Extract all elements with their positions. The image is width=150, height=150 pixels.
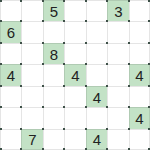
cell-r0c1[interactable] [21, 0, 44, 22]
cell-r1c6[interactable] [129, 21, 150, 44]
cell-r5c0[interactable] [0, 107, 22, 130]
cell-r5c2[interactable] [43, 107, 65, 130]
cell-r4c5[interactable] [107, 86, 130, 108]
cell-r2c5[interactable] [107, 43, 130, 65]
cell-r0c3[interactable] [64, 0, 87, 22]
cell-r2c6[interactable] [129, 43, 150, 65]
cell-r2c4[interactable] [86, 43, 108, 65]
cell-r1c1[interactable] [21, 21, 44, 44]
cell-r5c1[interactable] [21, 107, 44, 130]
cell-r3c4[interactable] [86, 64, 108, 87]
cell-r6c2[interactable] [43, 129, 65, 150]
cell-r0c0[interactable] [0, 0, 22, 22]
cell-r4c4[interactable]: 4 [86, 86, 108, 108]
cell-r3c2[interactable] [43, 64, 65, 87]
cell-r4c3[interactable] [64, 86, 87, 108]
cell-r0c4[interactable] [86, 0, 108, 22]
cell-r2c2[interactable]: 8 [43, 43, 65, 65]
cell-r6c4[interactable]: 4 [86, 129, 108, 150]
cell-r1c2[interactable] [43, 21, 65, 44]
cell-r1c4[interactable] [86, 21, 108, 44]
cell-r3c6[interactable]: 4 [129, 64, 150, 87]
cell-r3c3[interactable]: 4 [64, 64, 87, 87]
cell-r4c2[interactable] [43, 86, 65, 108]
cell-r5c4[interactable] [86, 107, 108, 130]
cell-r3c1[interactable] [21, 64, 44, 87]
cell-r4c1[interactable] [21, 86, 44, 108]
cell-r4c6[interactable] [129, 86, 150, 108]
mosaic-board: 53684444474 [0, 0, 150, 150]
cell-r3c0[interactable]: 4 [0, 64, 22, 87]
cell-r5c5[interactable] [107, 107, 130, 130]
cell-r6c5[interactable] [107, 129, 130, 150]
cell-r0c5[interactable]: 3 [107, 0, 130, 22]
cell-r6c0[interactable] [0, 129, 22, 150]
cell-r2c0[interactable] [0, 43, 22, 65]
cell-r4c0[interactable] [0, 86, 22, 108]
cell-r0c6[interactable] [129, 0, 150, 22]
cell-r2c3[interactable] [64, 43, 87, 65]
cell-r1c3[interactable] [64, 21, 87, 44]
cell-r6c3[interactable] [64, 129, 87, 150]
cell-r1c5[interactable] [107, 21, 130, 44]
cell-r5c3[interactable] [64, 107, 87, 130]
cell-r2c1[interactable] [21, 43, 44, 65]
cell-r5c6[interactable]: 4 [129, 107, 150, 130]
cell-r6c6[interactable] [129, 129, 150, 150]
cell-r0c2[interactable]: 5 [43, 0, 65, 22]
cell-r6c1[interactable]: 7 [21, 129, 44, 150]
cell-r3c5[interactable] [107, 64, 130, 87]
cell-r1c0[interactable]: 6 [0, 21, 22, 44]
